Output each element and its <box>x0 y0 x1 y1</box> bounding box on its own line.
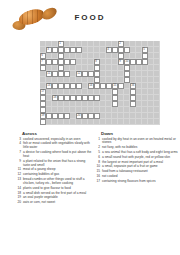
down-clue: 17containing strong flavours from spices <box>92 180 178 184</box>
clue-number: 17 <box>41 90 44 93</box>
clue-number: 16 <box>131 84 134 87</box>
clue-number: 11 <box>47 72 50 75</box>
across-clue-list: 3cooked uncovered, especially in an oven… <box>13 138 93 206</box>
clue-number: 10 <box>125 60 128 63</box>
down-clue-list: 1cooked by dry heat in an oven or on hea… <box>92 138 178 184</box>
across-clue: 7a device for cooking where food is put … <box>13 151 93 159</box>
clue-text: fish or meat cooked with vegetables slow… <box>23 142 93 150</box>
clue-number: 5 <box>143 48 145 51</box>
clue-number: 4 <box>107 48 109 51</box>
clue-number: 3 <box>47 48 49 51</box>
clue-number: 2 <box>119 42 121 45</box>
across-clue: 13bread crumbs or other things used to s… <box>13 178 93 186</box>
clue-number: 12 <box>77 72 80 75</box>
clue-number: 3 <box>13 138 23 142</box>
clue-number: 4 <box>13 142 23 150</box>
clue-text: a plant related to the onion that has a … <box>23 160 93 168</box>
clue-number: 20 <box>77 114 80 117</box>
crossword-grid: 1234567891011121314151617181920 <box>40 41 160 125</box>
clue-number: 14 <box>89 84 92 87</box>
clue-number: 18 <box>53 96 56 99</box>
clue-number: 9 <box>119 60 121 63</box>
clue-number: 5 <box>92 151 102 155</box>
clue-number: 7 <box>13 151 23 159</box>
down-clue: 1cooked by dry heat in an oven or on hea… <box>92 138 178 146</box>
clue-number: 8 <box>95 60 97 63</box>
clue-number: 15 <box>113 84 116 87</box>
clue-number: 7 <box>41 60 43 63</box>
clue-number: 20 <box>13 201 23 205</box>
across-clue: 9a plant related to the onion that has a… <box>13 160 93 168</box>
block-cell <box>154 119 160 125</box>
across-clue: 4fish or meat cooked with vegetables slo… <box>13 142 93 150</box>
clue-text: containing strong flavours from spices <box>102 180 178 184</box>
worksheet-page: FOOD 1234567891011121314151617181920 Acr… <box>0 0 180 255</box>
clue-number: 1 <box>92 138 102 146</box>
clue-text: bread crumbs or other things used to stu… <box>23 178 93 186</box>
clue-number: 6 <box>92 156 102 160</box>
clue-number: 17 <box>92 180 102 184</box>
down-heading: Down <box>101 131 178 136</box>
clue-number: 13 <box>13 178 23 186</box>
clue-text: cooked by dry heat in an oven or on heat… <box>102 138 178 146</box>
page-title: FOOD <box>0 13 180 22</box>
clue-text: a device for cooking where food is put a… <box>23 151 93 159</box>
clue-number: 13 <box>47 84 50 87</box>
across-clue: 20oats or corn, not sweet <box>13 201 93 205</box>
clue-number: 6 <box>41 54 43 57</box>
down-clues-section: Down 1cooked by dry heat in an oven or o… <box>92 131 178 185</box>
clue-number: 9 <box>13 160 23 168</box>
clue-number: 2 <box>92 146 102 150</box>
across-clues-section: Across 3cooked uncovered, especially in … <box>13 131 93 206</box>
clue-text: oats or corn, not sweet <box>23 201 93 205</box>
clue-number: 19 <box>41 114 44 117</box>
clue-number: 1 <box>59 42 61 45</box>
across-heading: Across <box>22 131 93 136</box>
